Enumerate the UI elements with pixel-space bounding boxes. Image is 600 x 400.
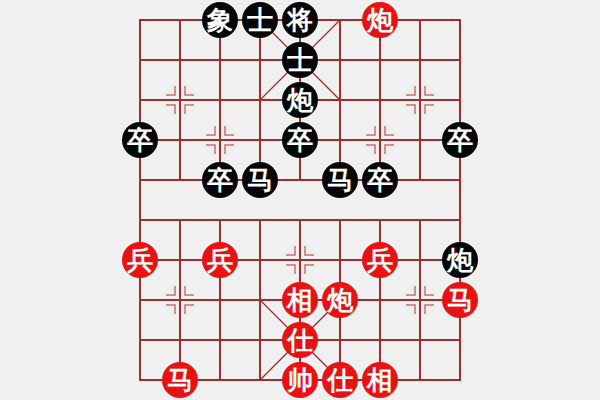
piece-red-advisor[interactable]: 仕 (322, 362, 358, 398)
piece-red-soldier[interactable]: 兵 (122, 242, 158, 278)
xiangqi-board: 象士将炮士炮卒卒卒卒马马卒兵兵兵炮相炮马仕马帅仕相 (120, 0, 480, 400)
piece-black-horse[interactable]: 马 (322, 162, 358, 198)
piece-red-elephant[interactable]: 相 (282, 282, 318, 318)
piece-red-soldier[interactable]: 兵 (202, 242, 238, 278)
piece-black-general[interactable]: 将 (282, 2, 318, 38)
piece-red-horse[interactable]: 马 (442, 282, 478, 318)
piece-black-horse[interactable]: 马 (242, 162, 278, 198)
piece-black-soldier[interactable]: 卒 (442, 122, 478, 158)
piece-red-advisor[interactable]: 仕 (282, 322, 318, 358)
piece-black-cannon[interactable]: 炮 (442, 242, 478, 278)
piece-red-cannon[interactable]: 炮 (362, 2, 398, 38)
piece-red-elephant[interactable]: 相 (362, 362, 398, 398)
piece-black-soldier[interactable]: 卒 (362, 162, 398, 198)
piece-red-general[interactable]: 帅 (282, 362, 318, 398)
piece-black-advisor[interactable]: 士 (242, 2, 278, 38)
piece-black-elephant[interactable]: 象 (202, 2, 238, 38)
piece-black-soldier[interactable]: 卒 (202, 162, 238, 198)
piece-black-advisor[interactable]: 士 (282, 42, 318, 78)
piece-black-cannon[interactable]: 炮 (282, 82, 318, 118)
piece-red-horse[interactable]: 马 (162, 362, 198, 398)
piece-red-cannon[interactable]: 炮 (322, 282, 358, 318)
piece-red-soldier[interactable]: 兵 (362, 242, 398, 278)
xiangqi-board-screen: 象士将炮士炮卒卒卒卒马马卒兵兵兵炮相炮马仕马帅仕相 (0, 0, 600, 400)
piece-black-soldier[interactable]: 卒 (282, 122, 318, 158)
piece-black-soldier[interactable]: 卒 (122, 122, 158, 158)
